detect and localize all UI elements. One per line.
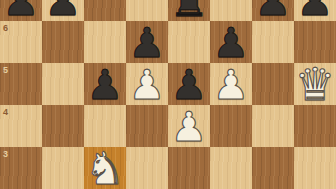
- square-a3[interactable]: 3: [0, 147, 42, 189]
- square-g4[interactable]: [252, 105, 294, 147]
- square-b6[interactable]: [42, 21, 84, 63]
- square-a6[interactable]: 6: [0, 21, 42, 63]
- rank-label-4: 4: [3, 107, 8, 117]
- square-h4[interactable]: [294, 105, 336, 147]
- square-c5[interactable]: ♟: [84, 63, 126, 105]
- square-e7[interactable]: ♜: [168, 0, 210, 21]
- chessboard: ♟♟♜♟♟6♟♟5♟♟♟♟♛4♟3♞: [0, 0, 336, 189]
- rank-label-3: 3: [3, 149, 8, 159]
- piece-white-knight-c3[interactable]: ♞: [84, 148, 126, 189]
- piece-white-queen-h5[interactable]: ♛: [294, 64, 336, 106]
- piece-white-pawn-e4[interactable]: ♟: [168, 106, 210, 148]
- piece-black-pawn-a7[interactable]: ♟: [0, 0, 42, 22]
- square-a7[interactable]: ♟: [0, 0, 42, 21]
- piece-black-rook-e7[interactable]: ♜: [168, 0, 210, 22]
- square-g6[interactable]: [252, 21, 294, 63]
- square-g5[interactable]: [252, 63, 294, 105]
- square-f7[interactable]: [210, 0, 252, 21]
- square-b4[interactable]: [42, 105, 84, 147]
- square-b3[interactable]: [42, 147, 84, 189]
- square-h6[interactable]: [294, 21, 336, 63]
- square-c4[interactable]: [84, 105, 126, 147]
- piece-black-pawn-e5[interactable]: ♟: [168, 64, 210, 106]
- piece-black-pawn-g7[interactable]: ♟: [252, 0, 294, 22]
- square-f5[interactable]: ♟: [210, 63, 252, 105]
- square-f4[interactable]: [210, 105, 252, 147]
- square-g7[interactable]: ♟: [252, 0, 294, 21]
- square-c7[interactable]: [84, 0, 126, 21]
- chessboard-viewport: ♟♟♜♟♟6♟♟5♟♟♟♟♛4♟3♞: [0, 0, 336, 189]
- square-e5[interactable]: ♟: [168, 63, 210, 105]
- rank-label-5: 5: [3, 65, 8, 75]
- square-e3[interactable]: [168, 147, 210, 189]
- square-f3[interactable]: [210, 147, 252, 189]
- square-g3[interactable]: [252, 147, 294, 189]
- square-d4[interactable]: [126, 105, 168, 147]
- square-h5[interactable]: ♛: [294, 63, 336, 105]
- piece-black-pawn-h7[interactable]: ♟: [294, 0, 336, 22]
- piece-black-pawn-c5[interactable]: ♟: [84, 64, 126, 106]
- rank-label-6: 6: [3, 23, 8, 33]
- piece-white-pawn-d5[interactable]: ♟: [126, 64, 168, 106]
- square-d3[interactable]: [126, 147, 168, 189]
- piece-black-pawn-f6[interactable]: ♟: [210, 22, 252, 64]
- square-a5[interactable]: 5: [0, 63, 42, 105]
- square-b7[interactable]: ♟: [42, 0, 84, 21]
- piece-black-pawn-d6[interactable]: ♟: [126, 22, 168, 64]
- square-c3[interactable]: ♞: [84, 147, 126, 189]
- square-f6[interactable]: ♟: [210, 21, 252, 63]
- square-e6[interactable]: [168, 21, 210, 63]
- square-h3[interactable]: [294, 147, 336, 189]
- square-b5[interactable]: [42, 63, 84, 105]
- piece-black-pawn-b7[interactable]: ♟: [42, 0, 84, 22]
- square-e4[interactable]: ♟: [168, 105, 210, 147]
- square-a4[interactable]: 4: [0, 105, 42, 147]
- piece-white-pawn-f5[interactable]: ♟: [210, 64, 252, 106]
- square-d5[interactable]: ♟: [126, 63, 168, 105]
- square-c6[interactable]: [84, 21, 126, 63]
- square-d6[interactable]: ♟: [126, 21, 168, 63]
- square-d7[interactable]: [126, 0, 168, 21]
- square-h7[interactable]: ♟: [294, 0, 336, 21]
